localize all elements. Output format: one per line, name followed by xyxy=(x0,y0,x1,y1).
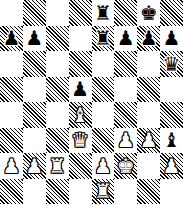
black-pawn-b7[interactable]: ♟ xyxy=(25,28,43,48)
square-b5[interactable] xyxy=(23,77,46,103)
square-e4[interactable] xyxy=(92,102,115,128)
square-d7[interactable] xyxy=(69,26,92,52)
square-b1[interactable] xyxy=(23,179,46,205)
square-f2[interactable]: ♚ xyxy=(114,153,137,179)
black-bishop-h3[interactable]: ♝ xyxy=(163,130,181,150)
square-g8[interactable]: ♚ xyxy=(137,0,160,26)
square-g6[interactable] xyxy=(137,51,160,77)
square-b4[interactable] xyxy=(23,102,46,128)
square-a5[interactable] xyxy=(0,77,23,103)
black-rook-e7[interactable]: ♜ xyxy=(94,28,112,48)
black-rook-e8[interactable]: ♜ xyxy=(94,3,112,23)
square-f3[interactable]: ♟ xyxy=(114,128,137,154)
black-pawn-g7[interactable]: ♟ xyxy=(140,28,158,48)
square-a7[interactable]: ♟ xyxy=(0,26,23,52)
square-d1[interactable] xyxy=(69,179,92,205)
square-a8[interactable] xyxy=(0,0,23,26)
square-a1[interactable] xyxy=(0,179,23,205)
square-h3[interactable]: ♝ xyxy=(160,128,183,154)
square-b2[interactable]: ♟ xyxy=(23,153,46,179)
square-a2[interactable]: ♟ xyxy=(0,153,23,179)
square-f1[interactable] xyxy=(114,179,137,205)
white-rook-c2[interactable]: ♜ xyxy=(48,156,66,176)
black-pawn-d5[interactable]: ♟ xyxy=(71,79,89,99)
black-king-g8[interactable]: ♚ xyxy=(140,3,158,23)
square-g5[interactable] xyxy=(137,77,160,103)
square-c6[interactable] xyxy=(46,51,69,77)
square-f8[interactable] xyxy=(114,0,137,26)
square-c3[interactable] xyxy=(46,128,69,154)
square-b6[interactable] xyxy=(23,51,46,77)
square-c5[interactable] xyxy=(46,77,69,103)
square-f4[interactable] xyxy=(114,102,137,128)
square-e6[interactable] xyxy=(92,51,115,77)
square-b7[interactable]: ♟ xyxy=(23,26,46,52)
square-c2[interactable]: ♜ xyxy=(46,153,69,179)
square-e7[interactable]: ♜ xyxy=(92,26,115,52)
black-pawn-a7[interactable]: ♟ xyxy=(2,28,20,48)
white-pawn-h2[interactable]: ♟ xyxy=(163,156,181,176)
black-pawn-h7[interactable]: ♟ xyxy=(163,28,181,48)
square-h2[interactable]: ♟ xyxy=(160,153,183,179)
square-c4[interactable] xyxy=(46,102,69,128)
white-bishop-d4[interactable]: ♝ xyxy=(71,105,89,125)
square-g1[interactable] xyxy=(137,179,160,205)
square-g4[interactable] xyxy=(137,102,160,128)
square-a3[interactable] xyxy=(0,128,23,154)
square-h8[interactable] xyxy=(160,0,183,26)
square-b8[interactable] xyxy=(23,0,46,26)
black-queen-h6[interactable]: ♛ xyxy=(163,54,181,74)
square-d2[interactable] xyxy=(69,153,92,179)
white-pawn-f3[interactable]: ♟ xyxy=(117,130,135,150)
white-king-f2[interactable]: ♚ xyxy=(117,156,135,176)
square-h1[interactable] xyxy=(160,179,183,205)
square-e8[interactable]: ♜ xyxy=(92,0,115,26)
square-g3[interactable]: ♟ xyxy=(137,128,160,154)
square-a6[interactable] xyxy=(0,51,23,77)
square-e1[interactable]: ♜ xyxy=(92,179,115,205)
white-pawn-a2[interactable]: ♟ xyxy=(2,156,20,176)
square-d8[interactable] xyxy=(69,0,92,26)
white-pawn-g3[interactable]: ♟ xyxy=(140,130,158,150)
square-e3[interactable] xyxy=(92,128,115,154)
square-g7[interactable]: ♟ xyxy=(137,26,160,52)
square-f7[interactable]: ♟ xyxy=(114,26,137,52)
square-d6[interactable] xyxy=(69,51,92,77)
white-pawn-e2[interactable]: ♟ xyxy=(94,156,112,176)
square-c1[interactable] xyxy=(46,179,69,205)
white-queen-d3[interactable]: ♛ xyxy=(71,130,89,150)
chess-board: ♜♚♟♟♜♟♟♟♛♟♝♛♟♟♝♟♟♜♟♚♟♜ xyxy=(0,0,183,204)
square-c7[interactable] xyxy=(46,26,69,52)
square-a4[interactable] xyxy=(0,102,23,128)
square-h6[interactable]: ♛ xyxy=(160,51,183,77)
square-d4[interactable]: ♝ xyxy=(69,102,92,128)
square-d5[interactable]: ♟ xyxy=(69,77,92,103)
black-pawn-f7[interactable]: ♟ xyxy=(117,28,135,48)
square-h4[interactable] xyxy=(160,102,183,128)
square-c8[interactable] xyxy=(46,0,69,26)
square-e5[interactable] xyxy=(92,77,115,103)
square-f5[interactable] xyxy=(114,77,137,103)
square-d3[interactable]: ♛ xyxy=(69,128,92,154)
square-e2[interactable]: ♟ xyxy=(92,153,115,179)
square-h5[interactable] xyxy=(160,77,183,103)
square-h7[interactable]: ♟ xyxy=(160,26,183,52)
square-b3[interactable] xyxy=(23,128,46,154)
square-f6[interactable] xyxy=(114,51,137,77)
white-pawn-b2[interactable]: ♟ xyxy=(25,156,43,176)
white-rook-e1[interactable]: ♜ xyxy=(94,181,112,201)
square-g2[interactable] xyxy=(137,153,160,179)
